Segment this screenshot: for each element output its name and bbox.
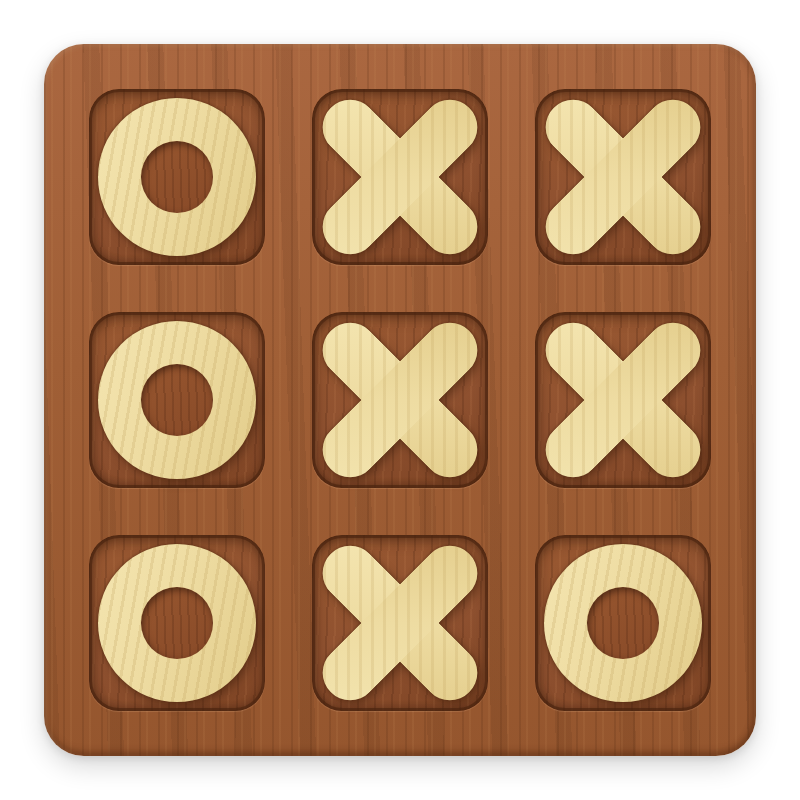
board-cell[interactable] [535,89,711,265]
board-cell[interactable] [535,312,711,488]
piece-o[interactable] [98,321,256,479]
board-cell[interactable] [312,535,488,711]
board-cell[interactable] [89,535,265,711]
board-cell[interactable] [535,535,711,711]
piece-o[interactable] [544,544,702,702]
board-cell[interactable] [89,89,265,265]
piece-x[interactable] [537,314,709,486]
piece-x[interactable] [314,537,486,709]
piece-o[interactable] [98,98,256,256]
board-cell[interactable] [312,89,488,265]
piece-o[interactable] [98,544,256,702]
tic-tac-toe-board [44,44,756,756]
product-photo [0,0,800,800]
board-cell[interactable] [89,312,265,488]
piece-x[interactable] [314,91,486,263]
board-cell[interactable] [312,312,488,488]
piece-x[interactable] [314,314,486,486]
piece-x[interactable] [537,91,709,263]
